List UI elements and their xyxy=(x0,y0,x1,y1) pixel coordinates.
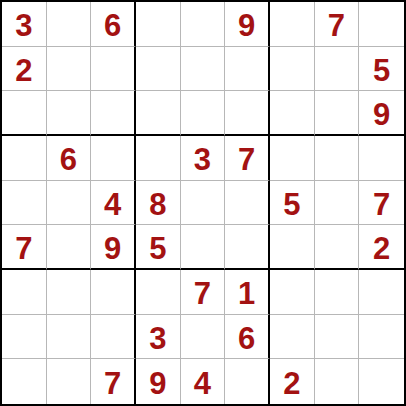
cell-r7c4[interactable] xyxy=(136,270,181,315)
cell-r8c5[interactable] xyxy=(181,315,226,360)
cell-r4c3[interactable] xyxy=(91,136,136,181)
given-digit: 9 xyxy=(238,10,255,41)
cell-r7c9[interactable] xyxy=(359,270,404,315)
cell-r8c4[interactable]: 3 xyxy=(136,315,181,360)
cell-r7c7[interactable] xyxy=(270,270,315,315)
cell-r5c3[interactable]: 4 xyxy=(91,181,136,226)
given-digit: 2 xyxy=(283,368,300,399)
cell-r5c6[interactable] xyxy=(225,181,270,226)
cell-r8c3[interactable] xyxy=(91,315,136,360)
cell-r7c2[interactable] xyxy=(47,270,92,315)
cell-r1c5[interactable] xyxy=(181,2,226,47)
cell-r2c7[interactable] xyxy=(270,47,315,92)
cell-r9c9[interactable] xyxy=(359,359,404,404)
cell-r3c1[interactable] xyxy=(2,91,47,136)
given-digit: 5 xyxy=(373,55,390,86)
cell-r1c6[interactable]: 9 xyxy=(225,2,270,47)
cell-r3c4[interactable] xyxy=(136,91,181,136)
given-digit: 1 xyxy=(238,278,255,309)
cell-r8c7[interactable] xyxy=(270,315,315,360)
cell-r2c9[interactable]: 5 xyxy=(359,47,404,92)
cell-r4c7[interactable] xyxy=(270,136,315,181)
cell-r7c8[interactable] xyxy=(315,270,360,315)
given-digit: 5 xyxy=(283,189,300,220)
cell-r2c3[interactable] xyxy=(91,47,136,92)
cell-r6c4[interactable]: 5 xyxy=(136,225,181,270)
cell-r9c1[interactable] xyxy=(2,359,47,404)
sudoku-board: 36972596374857795271367942 xyxy=(0,0,406,406)
cell-r2c8[interactable] xyxy=(315,47,360,92)
cell-r6c6[interactable] xyxy=(225,225,270,270)
cell-r4c1[interactable] xyxy=(2,136,47,181)
given-digit: 7 xyxy=(373,189,390,220)
cell-r4c8[interactable] xyxy=(315,136,360,181)
cell-r2c1[interactable]: 2 xyxy=(2,47,47,92)
cell-r9c8[interactable] xyxy=(315,359,360,404)
cell-r5c5[interactable] xyxy=(181,181,226,226)
cell-r3c3[interactable] xyxy=(91,91,136,136)
cell-r6c5[interactable] xyxy=(181,225,226,270)
cell-r7c5[interactable]: 7 xyxy=(181,270,226,315)
given-digit: 7 xyxy=(104,368,121,399)
cell-r1c8[interactable]: 7 xyxy=(315,2,360,47)
cell-r6c3[interactable]: 9 xyxy=(91,225,136,270)
cell-r4c5[interactable]: 3 xyxy=(181,136,226,181)
given-digit: 2 xyxy=(15,55,32,86)
cell-r9c5[interactable]: 4 xyxy=(181,359,226,404)
cell-r1c3[interactable]: 6 xyxy=(91,2,136,47)
given-digit: 9 xyxy=(104,233,121,264)
cell-r8c1[interactable] xyxy=(2,315,47,360)
cell-r5c2[interactable] xyxy=(47,181,92,226)
cell-r3c7[interactable] xyxy=(270,91,315,136)
given-digit: 4 xyxy=(194,368,211,399)
given-digit: 7 xyxy=(194,278,211,309)
cell-r3c8[interactable] xyxy=(315,91,360,136)
cell-r5c7[interactable]: 5 xyxy=(270,181,315,226)
cell-r3c5[interactable] xyxy=(181,91,226,136)
cell-r4c4[interactable] xyxy=(136,136,181,181)
cell-r7c6[interactable]: 1 xyxy=(225,270,270,315)
cell-r2c2[interactable] xyxy=(47,47,92,92)
cell-r1c7[interactable] xyxy=(270,2,315,47)
cell-r4c2[interactable]: 6 xyxy=(47,136,92,181)
cell-r6c8[interactable] xyxy=(315,225,360,270)
cell-r1c1[interactable]: 3 xyxy=(2,2,47,47)
given-digit: 7 xyxy=(328,10,345,41)
cell-r3c2[interactable] xyxy=(47,91,92,136)
given-digit: 7 xyxy=(15,233,32,264)
cell-r7c3[interactable] xyxy=(91,270,136,315)
cell-r6c1[interactable]: 7 xyxy=(2,225,47,270)
cell-r6c7[interactable] xyxy=(270,225,315,270)
given-digit: 6 xyxy=(238,323,255,354)
cell-r5c9[interactable]: 7 xyxy=(359,181,404,226)
cell-r5c4[interactable]: 8 xyxy=(136,181,181,226)
cell-r5c8[interactable] xyxy=(315,181,360,226)
given-digit: 3 xyxy=(149,323,166,354)
given-digit: 4 xyxy=(104,189,121,220)
given-digit: 2 xyxy=(373,233,390,264)
cell-r1c4[interactable] xyxy=(136,2,181,47)
given-digit: 7 xyxy=(238,144,255,175)
cell-r1c9[interactable] xyxy=(359,2,404,47)
cell-r9c4[interactable]: 9 xyxy=(136,359,181,404)
cell-r4c6[interactable]: 7 xyxy=(225,136,270,181)
cell-r6c2[interactable] xyxy=(47,225,92,270)
given-digit: 3 xyxy=(15,10,32,41)
given-digit: 8 xyxy=(149,189,166,220)
cell-r8c8[interactable] xyxy=(315,315,360,360)
cell-r1c2[interactable] xyxy=(47,2,92,47)
cell-r5c1[interactable] xyxy=(2,181,47,226)
given-digit: 9 xyxy=(149,368,166,399)
given-digit: 6 xyxy=(60,144,77,175)
given-digit: 6 xyxy=(104,10,121,41)
cell-r9c3[interactable]: 7 xyxy=(91,359,136,404)
cell-r4c9[interactable] xyxy=(359,136,404,181)
cell-r7c1[interactable] xyxy=(2,270,47,315)
given-digit: 5 xyxy=(149,233,166,264)
cell-r2c6[interactable] xyxy=(225,47,270,92)
cell-r8c6[interactable]: 6 xyxy=(225,315,270,360)
cell-r6c9[interactable]: 2 xyxy=(359,225,404,270)
cell-r8c9[interactable] xyxy=(359,315,404,360)
cell-r9c6[interactable] xyxy=(225,359,270,404)
cell-r3c9[interactable]: 9 xyxy=(359,91,404,136)
cell-r9c2[interactable] xyxy=(47,359,92,404)
given-digit: 9 xyxy=(373,99,390,130)
cell-r9c7[interactable]: 2 xyxy=(270,359,315,404)
cell-r2c4[interactable] xyxy=(136,47,181,92)
cell-r8c2[interactable] xyxy=(47,315,92,360)
cell-r3c6[interactable] xyxy=(225,91,270,136)
cell-r2c5[interactable] xyxy=(181,47,226,92)
given-digit: 3 xyxy=(194,144,211,175)
